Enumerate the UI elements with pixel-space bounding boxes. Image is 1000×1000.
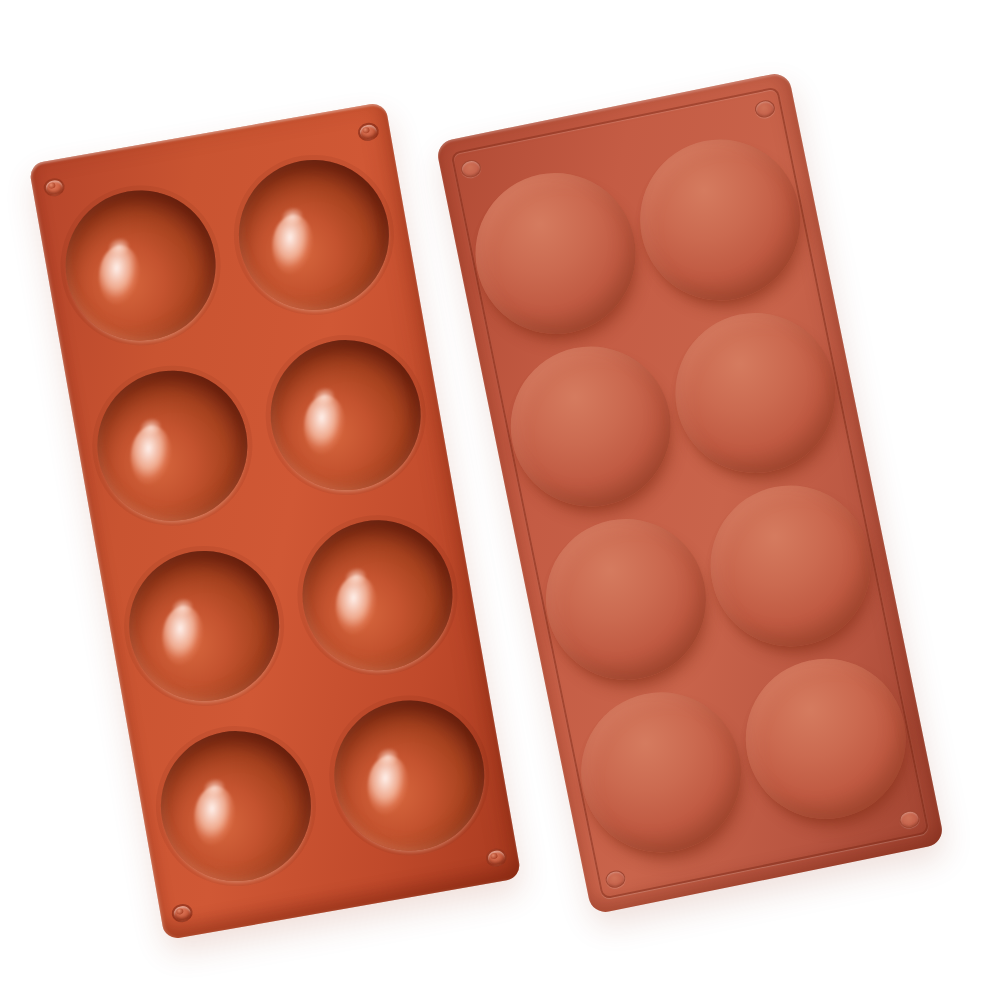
cavity bbox=[259, 328, 433, 502]
cavity-grid bbox=[54, 148, 496, 893]
cavity bbox=[322, 689, 496, 863]
mold-front-cavity-side bbox=[28, 102, 521, 941]
cavity bbox=[85, 359, 259, 533]
dome bbox=[461, 159, 650, 348]
dome-grid bbox=[461, 125, 920, 867]
cavity bbox=[54, 179, 228, 353]
mold-back-dome-side bbox=[435, 71, 945, 915]
cavity bbox=[291, 508, 465, 682]
corner-circle-bottom-left bbox=[604, 869, 627, 890]
specular-highlight bbox=[302, 394, 347, 457]
corner-circle-top-right bbox=[753, 99, 776, 120]
dome bbox=[731, 644, 920, 833]
specular-highlight bbox=[160, 605, 205, 668]
corner-hole-top-left bbox=[42, 177, 66, 198]
specular-highlight bbox=[128, 424, 173, 487]
specular-highlight bbox=[192, 785, 237, 848]
dome bbox=[661, 298, 850, 487]
dome bbox=[626, 125, 815, 314]
dome bbox=[531, 505, 720, 694]
cavity bbox=[149, 719, 323, 893]
specular-highlight bbox=[333, 574, 378, 637]
corner-hole-bottom-left bbox=[170, 902, 194, 923]
cavity bbox=[227, 148, 401, 322]
specular-highlight bbox=[365, 754, 410, 817]
cavity bbox=[117, 539, 291, 713]
corner-hole-top-right bbox=[356, 121, 380, 142]
specular-highlight bbox=[270, 214, 315, 277]
dome bbox=[696, 471, 885, 660]
corner-circle-top-left bbox=[459, 158, 482, 179]
corner-hole-bottom-right bbox=[484, 847, 508, 868]
dome bbox=[567, 678, 756, 867]
corner-circle-bottom-right bbox=[898, 809, 921, 830]
specular-highlight bbox=[96, 244, 141, 307]
dome bbox=[496, 332, 685, 521]
product-photo-scene bbox=[0, 0, 1000, 1000]
